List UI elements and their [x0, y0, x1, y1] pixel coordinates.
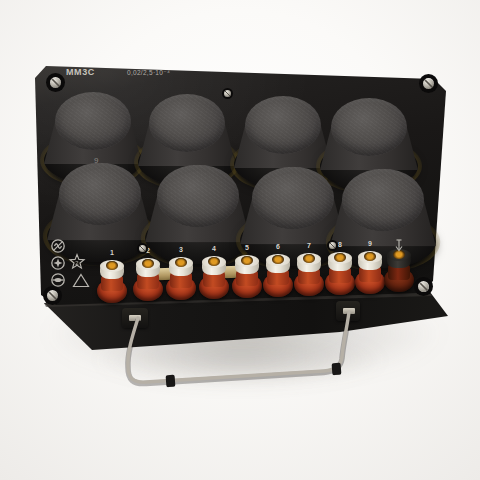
no-ac-icon — [52, 240, 64, 252]
terminal-contact — [241, 256, 253, 265]
terminal-post: 4 — [197, 245, 231, 301]
terminal-number: 3 — [179, 246, 183, 253]
terminal-contact — [106, 261, 118, 270]
panel-screw — [329, 242, 336, 249]
terminal-number: 4 — [212, 245, 216, 252]
knob-cap — [55, 92, 131, 150]
model-label: ММ3С — [66, 67, 95, 77]
four-point-star-icon — [52, 257, 64, 269]
corner-screw — [47, 290, 58, 301]
corner-screw — [50, 77, 61, 88]
terminal-contact — [208, 257, 220, 266]
knob-cap — [252, 167, 334, 230]
terminal-contact — [364, 252, 376, 261]
knob-cap — [342, 169, 424, 232]
terminal-number: 1 — [110, 249, 114, 256]
bail-hinge — [336, 301, 360, 321]
terminal-number: 5 — [245, 244, 249, 251]
terminal-post: 5 — [230, 244, 264, 300]
panel-screw — [139, 245, 146, 252]
knob-cap — [157, 165, 239, 228]
terminal-number: 9 — [368, 240, 372, 247]
terminal-post: 1 — [95, 249, 129, 305]
panel-screw — [224, 90, 231, 97]
terminal-post: 7 — [292, 242, 326, 298]
knob-cap — [245, 96, 321, 154]
terminal-number: 6 — [276, 243, 280, 250]
terminal-number: 2 — [146, 247, 150, 254]
corner-screw — [418, 281, 429, 292]
terminal-contact — [142, 259, 154, 268]
terminal-contact — [272, 255, 284, 264]
warning-triangle-icon — [74, 275, 89, 287]
knob-cap — [59, 163, 141, 226]
bail-hinge — [122, 308, 148, 328]
faint-panel-marking: 9 — [94, 156, 98, 165]
photo-background: ММ3С 0,02/2,5·10⁻⁴ 9 2 — [0, 0, 480, 480]
terminal-post: 8 — [323, 241, 357, 297]
lens-icon — [52, 274, 64, 286]
terminal-post: 2 — [131, 247, 165, 303]
quality-star-label: 2 — [75, 260, 79, 266]
terminal-number: 7 — [307, 242, 311, 249]
terminal-post: 6 — [261, 243, 295, 299]
terminal-contact — [334, 253, 346, 262]
ground-arrow-icon — [392, 238, 406, 254]
terminal-number: 8 — [338, 241, 342, 248]
quality-star-icon: 2 — [70, 255, 84, 269]
accuracy-class-label: 0,02/2,5·10⁻⁴ — [127, 69, 170, 77]
terminal-contact — [175, 258, 187, 267]
corner-screw — [423, 78, 434, 89]
knob-cap — [149, 94, 225, 152]
knob-cap — [331, 98, 407, 156]
terminal-post: 3 — [164, 246, 198, 302]
terminal-contact — [303, 254, 315, 263]
